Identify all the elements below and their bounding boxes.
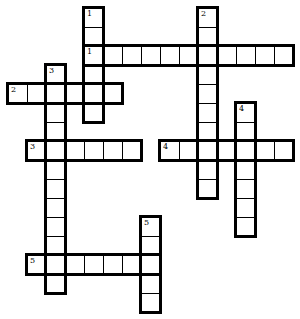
cell-r7c12[interactable] — [236, 141, 255, 160]
cell-r5c4[interactable] — [84, 103, 103, 122]
cell-r2c9[interactable] — [179, 46, 198, 65]
cell-r6c12[interactable] — [236, 122, 255, 141]
cell-r11c12[interactable] — [236, 217, 255, 236]
cell-r4c10[interactable] — [198, 84, 217, 103]
cell-r2c6[interactable] — [122, 46, 141, 65]
cell-r7c9[interactable] — [179, 141, 198, 160]
cell-r5c12[interactable]: 4 — [236, 103, 255, 122]
cell-r13c5[interactable] — [103, 255, 122, 274]
cell-r4c2[interactable] — [46, 84, 65, 103]
cell-r7c4[interactable] — [84, 141, 103, 160]
cell-r0c4[interactable]: 1 — [84, 8, 103, 27]
cell-r2c14[interactable] — [274, 46, 293, 65]
cell-r2c12[interactable] — [236, 46, 255, 65]
clue-number-2-down: 2 — [201, 10, 206, 18]
cell-r9c2[interactable] — [46, 179, 65, 198]
cell-r7c14[interactable] — [274, 141, 293, 160]
cell-r13c7[interactable] — [141, 255, 160, 274]
crossword-grid: 1213243455 — [8, 8, 293, 312]
clue-number-4-down: 4 — [239, 105, 244, 113]
cell-r2c10[interactable] — [198, 46, 217, 65]
cell-r5c2[interactable] — [46, 103, 65, 122]
cell-r2c8[interactable] — [160, 46, 179, 65]
cell-r14c2[interactable] — [46, 274, 65, 293]
cell-r1c4[interactable] — [84, 27, 103, 46]
cell-r2c7[interactable] — [141, 46, 160, 65]
cell-r4c4[interactable] — [84, 84, 103, 103]
clue-number-4-across: 4 — [163, 143, 168, 151]
cell-r7c8[interactable]: 4 — [160, 141, 179, 160]
cell-r11c7[interactable]: 5 — [141, 217, 160, 236]
cell-r6c10[interactable] — [198, 122, 217, 141]
cell-r7c11[interactable] — [217, 141, 236, 160]
cell-r9c12[interactable] — [236, 179, 255, 198]
cell-r4c3[interactable] — [65, 84, 84, 103]
cell-r1c10[interactable] — [198, 27, 217, 46]
cell-r7c3[interactable] — [65, 141, 84, 160]
cell-r12c7[interactable] — [141, 236, 160, 255]
cell-r13c1[interactable]: 5 — [27, 255, 46, 274]
cell-r15c7[interactable] — [141, 293, 160, 312]
cell-r8c10[interactable] — [198, 160, 217, 179]
clue-number-1-down: 1 — [87, 10, 92, 18]
cell-r8c12[interactable] — [236, 160, 255, 179]
cell-r7c6[interactable] — [122, 141, 141, 160]
cell-r11c2[interactable] — [46, 217, 65, 236]
clue-number-5-down: 5 — [144, 219, 149, 227]
cell-r4c0[interactable]: 2 — [8, 84, 27, 103]
cell-r13c2[interactable] — [46, 255, 65, 274]
cell-r2c5[interactable] — [103, 46, 122, 65]
cell-r3c4[interactable] — [84, 65, 103, 84]
cell-r7c13[interactable] — [255, 141, 274, 160]
cell-r7c2[interactable] — [46, 141, 65, 160]
cell-r9c10[interactable] — [198, 179, 217, 198]
cell-r13c3[interactable] — [65, 255, 84, 274]
clue-number-2-across: 2 — [11, 86, 16, 94]
cell-r2c4[interactable]: 1 — [84, 46, 103, 65]
cell-r2c13[interactable] — [255, 46, 274, 65]
cell-r4c1[interactable] — [27, 84, 46, 103]
cell-r7c5[interactable] — [103, 141, 122, 160]
cell-r10c12[interactable] — [236, 198, 255, 217]
clue-number-5-across: 5 — [30, 257, 35, 265]
cell-r8c2[interactable] — [46, 160, 65, 179]
crossword-board: 1213243455 — [0, 0, 300, 319]
cell-r5c10[interactable] — [198, 103, 217, 122]
clue-number-3-down: 3 — [49, 67, 54, 75]
clue-number-3-across: 3 — [30, 143, 35, 151]
cell-r3c2[interactable]: 3 — [46, 65, 65, 84]
cell-r4c5[interactable] — [103, 84, 122, 103]
cell-r12c2[interactable] — [46, 236, 65, 255]
cell-r6c2[interactable] — [46, 122, 65, 141]
cell-r7c10[interactable] — [198, 141, 217, 160]
cell-r0c10[interactable]: 2 — [198, 8, 217, 27]
clue-number-1-across: 1 — [87, 48, 92, 56]
cell-r2c11[interactable] — [217, 46, 236, 65]
cell-r13c6[interactable] — [122, 255, 141, 274]
cell-r3c10[interactable] — [198, 65, 217, 84]
cell-r10c2[interactable] — [46, 198, 65, 217]
cell-r14c7[interactable] — [141, 274, 160, 293]
cell-r7c1[interactable]: 3 — [27, 141, 46, 160]
cell-r13c4[interactable] — [84, 255, 103, 274]
